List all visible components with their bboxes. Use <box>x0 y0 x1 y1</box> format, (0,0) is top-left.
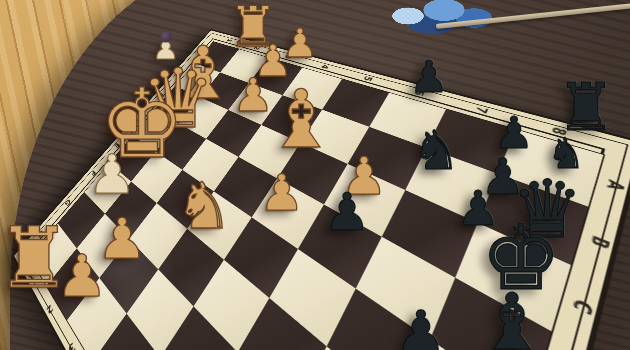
rank-label: 5 <box>361 75 375 82</box>
rank-label: 6 <box>412 89 428 97</box>
rank-label: 3 <box>283 54 294 60</box>
rank-label: 7 <box>473 105 492 115</box>
rank-label: 4 <box>319 64 331 70</box>
file-label: A <box>602 177 629 193</box>
rank-label: 2 <box>45 302 54 316</box>
rank-label: 3 <box>67 340 78 350</box>
rank-label: 1 <box>27 271 35 283</box>
rank-label: 8 <box>548 125 570 137</box>
rank-label: 1 <box>225 38 234 43</box>
photo-scene: AA11BB22CC33DD44EE55FF66GG77HH88 ♜♟♟♝♟♛♚… <box>0 0 630 350</box>
rank-label: 2 <box>252 45 261 50</box>
file-label: C <box>568 295 598 319</box>
file-label: B <box>586 233 614 253</box>
